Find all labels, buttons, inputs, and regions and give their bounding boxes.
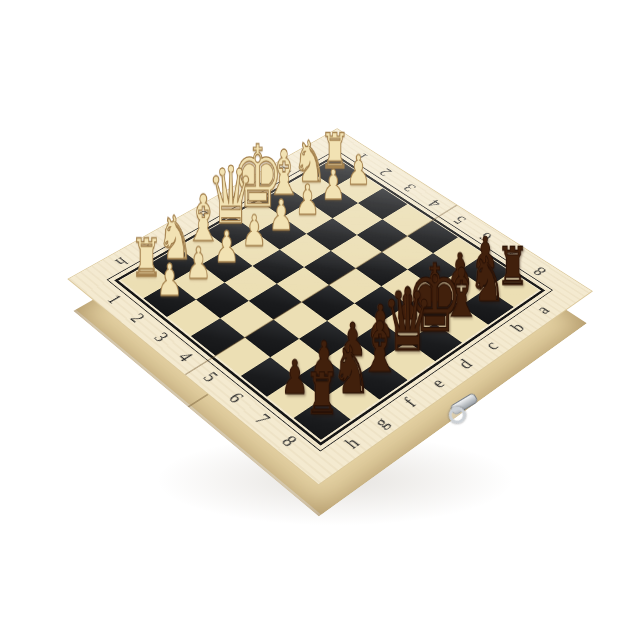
white-pawn-glyph: ♟ [186, 241, 212, 285]
white-pawn-glyph: ♟ [295, 179, 320, 221]
black-rook-glyph: ♜ [305, 364, 339, 422]
perspective-wrapper: 1234567812345678abcdefghabcdefgh ♜♞♝♚♛♝♞… [0, 0, 640, 640]
chess-set-product-photo: 1234567812345678abcdefghabcdefgh ♜♞♝♚♛♝♞… [0, 0, 640, 640]
chessboard: 1234567812345678abcdefghabcdefgh ♜♞♝♚♛♝♞… [69, 129, 592, 484]
white-pawn-glyph: ♟ [321, 164, 346, 205]
white-pawn-glyph: ♟ [242, 209, 267, 252]
white-pawn-glyph: ♟ [214, 225, 240, 268]
white-pawn-glyph: ♟ [269, 194, 294, 236]
white-pawn-glyph: ♟ [157, 258, 183, 302]
